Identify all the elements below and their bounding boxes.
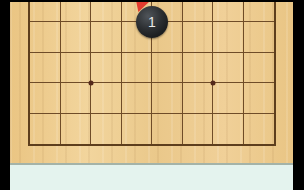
- board-cell[interactable]: [183, 53, 214, 84]
- board-cell[interactable]: [30, 22, 61, 53]
- board-cell[interactable]: [61, 22, 92, 53]
- board-cell[interactable]: [213, 83, 244, 114]
- board-cell[interactable]: [91, 22, 122, 53]
- board-cell[interactable]: [183, 0, 214, 22]
- board-cell[interactable]: [213, 114, 244, 145]
- board-cell[interactable]: [91, 114, 122, 145]
- board-cell[interactable]: [30, 53, 61, 84]
- board-cell[interactable]: [61, 53, 92, 84]
- board-cell[interactable]: [244, 114, 275, 145]
- board-cell[interactable]: [183, 83, 214, 114]
- go-board-screen: 1: [0, 0, 304, 190]
- goban-wood: 1: [10, 0, 293, 163]
- board-cell[interactable]: [61, 83, 92, 114]
- board-cell[interactable]: [183, 114, 214, 145]
- board-cell[interactable]: [244, 22, 275, 53]
- board-cell[interactable]: [91, 53, 122, 84]
- letterbox-right: [293, 0, 304, 190]
- board-cell[interactable]: [122, 83, 153, 114]
- board-cell[interactable]: [183, 22, 214, 53]
- stone-move-number: 1: [148, 15, 156, 29]
- board-cell[interactable]: [152, 83, 183, 114]
- board-cell[interactable]: [30, 114, 61, 145]
- board-cell[interactable]: [244, 53, 275, 84]
- goban-grid[interactable]: 1: [28, 0, 276, 146]
- board-cell[interactable]: [91, 83, 122, 114]
- board-cell[interactable]: [30, 83, 61, 114]
- black-stone: 1: [136, 6, 168, 38]
- board-cell[interactable]: [244, 0, 275, 22]
- board-cell[interactable]: [122, 53, 153, 84]
- board-cell[interactable]: [122, 114, 153, 145]
- star-point: [211, 81, 216, 86]
- board-cell[interactable]: [30, 0, 61, 22]
- board-cell[interactable]: [61, 114, 92, 145]
- board-cell[interactable]: [213, 0, 244, 22]
- board-cell[interactable]: [213, 22, 244, 53]
- board-cell[interactable]: [61, 0, 92, 22]
- star-point: [89, 81, 94, 86]
- bottom-panel: [10, 163, 293, 190]
- letterbox-left: [0, 0, 10, 190]
- board-cell[interactable]: [91, 0, 122, 22]
- board-cell[interactable]: [244, 83, 275, 114]
- board-cell[interactable]: [152, 53, 183, 84]
- board-cell[interactable]: [152, 114, 183, 145]
- letterbox-top: [0, 0, 304, 2]
- board-cell[interactable]: [213, 53, 244, 84]
